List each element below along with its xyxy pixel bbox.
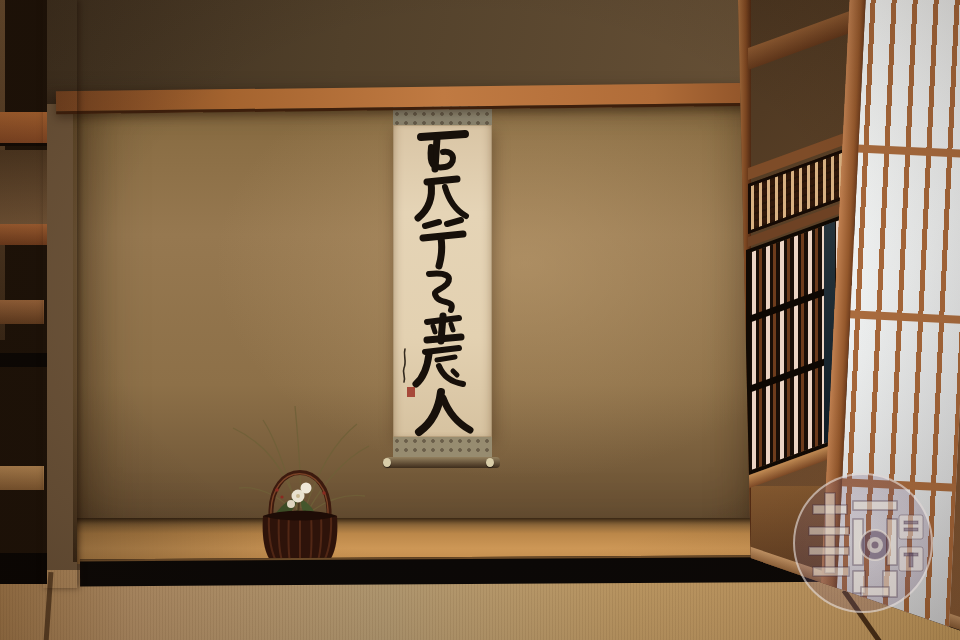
shelf-back-panel xyxy=(0,150,47,224)
shelf-base-board xyxy=(0,466,44,490)
shelf-lower xyxy=(0,300,44,324)
camera-lens-core xyxy=(872,542,879,549)
right-wall-beam xyxy=(748,7,860,70)
ikebana-arrangement xyxy=(225,398,375,572)
scroll-roller xyxy=(385,457,500,468)
mirror-media-watermark: 鏡週刊 xyxy=(793,473,933,613)
seal-stamp xyxy=(407,387,415,397)
alcove-base-shadow xyxy=(0,553,47,584)
shelf-mid xyxy=(0,224,47,245)
hanging-scroll: 百尺竿頭坐底人 xyxy=(393,99,492,471)
weekly-glyphs xyxy=(899,515,923,571)
calligraphy-strokes xyxy=(393,125,492,438)
roller-knob-right xyxy=(486,458,494,467)
roller-knob-left xyxy=(383,458,391,467)
shelf-alcove xyxy=(0,0,47,584)
scroll-brocade-footer xyxy=(393,437,492,457)
toko-bashira-pillar xyxy=(43,0,77,588)
toko-gamachi-lacquer-beam xyxy=(80,555,868,587)
tea-room-photo: 百尺竿頭坐底人 xyxy=(0,0,960,640)
shelf-top xyxy=(0,112,47,146)
shelf-shadow-band xyxy=(0,353,47,367)
